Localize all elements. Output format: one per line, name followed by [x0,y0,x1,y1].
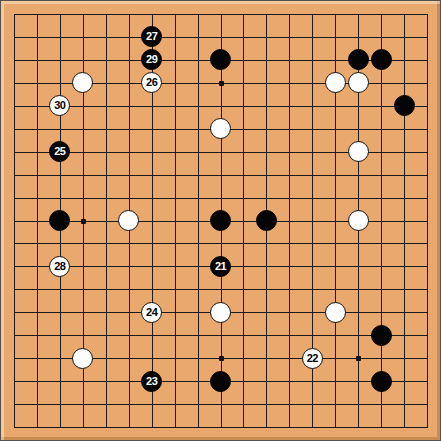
black-stone[interactable] [394,95,415,116]
white-stone[interactable] [348,72,369,93]
grid-line [427,14,428,428]
white-stone[interactable] [118,210,139,231]
grid-line [404,14,405,428]
move-number: 25 [54,146,65,157]
white-stone[interactable] [72,348,93,369]
star-point [219,356,224,361]
white-stone[interactable] [348,210,369,231]
white-stone[interactable]: 28 [49,256,70,277]
black-stone[interactable]: 25 [49,141,70,162]
black-stone[interactable]: 27 [141,26,162,47]
move-number: 23 [146,376,157,387]
black-stone[interactable] [256,210,277,231]
black-stone[interactable]: 21 [210,256,231,277]
black-stone[interactable] [210,210,231,231]
black-stone[interactable] [348,49,369,70]
white-stone[interactable]: 26 [141,72,162,93]
white-stone[interactable] [210,302,231,323]
black-stone[interactable] [49,210,70,231]
black-stone[interactable] [210,49,231,70]
move-number: 22 [307,353,318,364]
go-board-grid[interactable]: 27292630252821242223 [14,14,428,428]
white-stone[interactable]: 24 [141,302,162,323]
grid-line [381,14,382,428]
star-point [219,81,224,86]
grid-line [14,404,428,405]
grid-line [14,335,428,336]
move-number: 28 [54,261,65,272]
grid-line [14,427,428,428]
white-stone[interactable] [210,118,231,139]
move-number: 24 [146,307,157,318]
white-stone[interactable] [348,141,369,162]
white-stone[interactable]: 30 [49,95,70,116]
black-stone[interactable]: 29 [141,49,162,70]
black-stone[interactable] [210,371,231,392]
white-stone[interactable] [325,302,346,323]
white-stone[interactable]: 22 [302,348,323,369]
move-number: 27 [146,31,157,42]
grid-line [243,14,244,428]
grid-line [289,14,290,428]
white-stone[interactable] [325,72,346,93]
white-stone[interactable] [72,72,93,93]
star-point [81,219,86,224]
grid-line [14,289,428,290]
black-stone[interactable] [371,49,392,70]
go-board: 27292630252821242223 [0,0,441,441]
grid-line [14,243,428,244]
black-stone[interactable] [371,371,392,392]
move-number: 30 [54,100,65,111]
move-number: 26 [146,77,157,88]
move-number: 21 [215,261,226,272]
black-stone[interactable] [371,325,392,346]
star-point [356,356,361,361]
black-stone[interactable]: 23 [141,371,162,392]
move-number: 29 [146,54,157,65]
